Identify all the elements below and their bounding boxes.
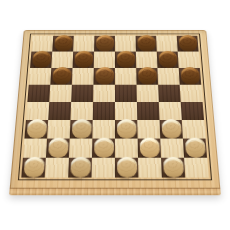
light-piece[interactable] [117, 156, 137, 173]
square-r4c3[interactable] [71, 85, 93, 102]
square-r3c8[interactable] [179, 68, 202, 85]
dark-piece[interactable] [96, 35, 114, 49]
square-r7c7[interactable] [160, 139, 184, 158]
light-piece[interactable] [161, 119, 181, 135]
square-r6c3[interactable] [70, 120, 93, 139]
square-r8c4[interactable] [92, 158, 115, 178]
square-r7c5[interactable] [115, 139, 138, 158]
square-r2c7[interactable] [157, 52, 179, 68]
square-r4c5[interactable] [115, 85, 137, 102]
dark-piece[interactable] [32, 50, 51, 64]
square-r3c1[interactable] [29, 68, 52, 85]
square-r6c2[interactable] [47, 120, 70, 139]
square-r3c7[interactable] [157, 68, 179, 85]
square-r7c2[interactable] [46, 139, 70, 158]
square-r2c4[interactable] [94, 52, 115, 68]
light-piece[interactable] [70, 156, 91, 173]
square-r5c5[interactable] [115, 102, 137, 120]
square-r5c1[interactable] [26, 102, 49, 120]
square-r3c2[interactable] [50, 68, 72, 85]
dark-piece[interactable] [158, 50, 177, 64]
square-r6c4[interactable] [92, 120, 115, 139]
square-r2c8[interactable] [178, 52, 200, 68]
photo-background [0, 0, 230, 230]
square-r2c5[interactable] [115, 52, 136, 68]
dark-piece[interactable] [137, 35, 155, 49]
square-r5c4[interactable] [93, 102, 115, 120]
square-r2c3[interactable] [73, 52, 95, 68]
square-r8c8[interactable] [184, 158, 209, 178]
dark-piece[interactable] [74, 50, 93, 64]
square-r7c8[interactable] [183, 139, 207, 158]
light-piece[interactable] [163, 156, 184, 173]
square-r8c6[interactable] [138, 158, 162, 178]
square-r7c6[interactable] [138, 139, 161, 158]
square-r3c5[interactable] [115, 68, 137, 85]
square-r1c5[interactable] [115, 36, 136, 52]
square-r1c2[interactable] [52, 36, 74, 52]
square-r1c3[interactable] [73, 36, 94, 52]
square-r5c2[interactable] [48, 102, 71, 120]
light-piece[interactable] [117, 119, 137, 135]
board-front-edge [9, 188, 221, 196]
square-r8c1[interactable] [21, 158, 46, 178]
square-r5c6[interactable] [137, 102, 160, 120]
square-r2c2[interactable] [51, 52, 73, 68]
checkers-board [9, 30, 221, 195]
square-r8c7[interactable] [161, 158, 185, 178]
light-piece[interactable] [71, 119, 91, 135]
square-r4c6[interactable] [137, 85, 159, 102]
square-r8c3[interactable] [68, 158, 92, 178]
square-r6c5[interactable] [115, 120, 138, 139]
light-piece[interactable] [23, 156, 44, 173]
square-r7c4[interactable] [92, 139, 115, 158]
square-r5c8[interactable] [181, 102, 204, 120]
square-r2c6[interactable] [136, 52, 158, 68]
light-piece[interactable] [94, 137, 114, 153]
light-piece[interactable] [48, 137, 68, 153]
square-r6c1[interactable] [24, 120, 48, 139]
square-r6c6[interactable] [137, 120, 160, 139]
dark-piece[interactable] [95, 67, 114, 81]
square-r3c4[interactable] [93, 68, 115, 85]
dark-piece[interactable] [138, 67, 157, 81]
square-r5c3[interactable] [70, 102, 93, 120]
square-r1c1[interactable] [31, 36, 53, 52]
dark-piece[interactable] [52, 67, 71, 81]
square-r3c6[interactable] [136, 68, 158, 85]
square-r6c7[interactable] [160, 120, 183, 139]
square-r8c2[interactable] [45, 158, 69, 178]
square-r4c2[interactable] [49, 85, 72, 102]
square-r6c8[interactable] [182, 120, 206, 139]
square-r4c7[interactable] [158, 85, 181, 102]
square-r8c5[interactable] [115, 158, 138, 178]
dark-piece[interactable] [116, 50, 134, 64]
light-piece[interactable] [26, 119, 46, 135]
square-r1c4[interactable] [94, 36, 115, 52]
dark-piece[interactable] [178, 35, 197, 49]
square-r1c7[interactable] [156, 36, 178, 52]
square-r1c6[interactable] [136, 36, 157, 52]
square-r4c1[interactable] [27, 85, 50, 102]
square-r2c1[interactable] [30, 52, 52, 68]
square-r3c3[interactable] [72, 68, 94, 85]
square-r4c4[interactable] [93, 85, 115, 102]
dark-piece[interactable] [54, 35, 73, 49]
play-area [18, 34, 212, 181]
square-r5c7[interactable] [159, 102, 182, 120]
light-piece[interactable] [139, 137, 159, 153]
square-r1c8[interactable] [177, 36, 199, 52]
light-piece[interactable] [184, 137, 205, 153]
square-r7c3[interactable] [69, 139, 92, 158]
square-r4c8[interactable] [180, 85, 203, 102]
square-r7c1[interactable] [23, 139, 47, 158]
dark-piece[interactable] [180, 67, 199, 81]
